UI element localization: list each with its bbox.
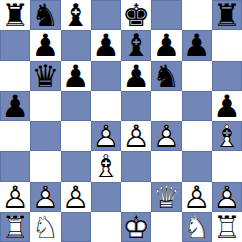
piece-white-rook[interactable]: ♜♖ xyxy=(0,212,30,242)
square-f3[interactable] xyxy=(151,151,181,181)
square-d8[interactable] xyxy=(91,0,121,30)
piece-black-pawn[interactable]: ♟ xyxy=(30,30,60,60)
square-c6[interactable]: ♟ xyxy=(61,61,91,91)
square-h7[interactable] xyxy=(212,30,242,60)
piece-white-pawn[interactable]: ♟♙ xyxy=(91,121,121,151)
square-g5[interactable] xyxy=(182,91,212,121)
piece-white-bishop[interactable]: ♝♗ xyxy=(91,151,121,181)
square-b2[interactable]: ♟♙ xyxy=(30,182,60,212)
square-f2[interactable]: ♛♕ xyxy=(151,182,181,212)
piece-white-king[interactable]: ♚♔ xyxy=(121,212,151,242)
piece-black-bishop[interactable]: ♝ xyxy=(121,30,151,60)
piece-glyph: ♟ xyxy=(0,91,30,121)
piece-white-pawn[interactable]: ♟♙ xyxy=(61,182,91,212)
piece-glyph: ♙ xyxy=(0,182,30,212)
square-a2[interactable]: ♟♙ xyxy=(0,182,30,212)
piece-white-pawn[interactable]: ♟♙ xyxy=(182,182,212,212)
piece-glyph: ♔ xyxy=(121,212,151,242)
piece-glyph: ♘ xyxy=(30,212,60,242)
square-d3[interactable]: ♝♗ xyxy=(91,151,121,181)
piece-white-rook[interactable]: ♜♖ xyxy=(212,212,242,242)
square-a1[interactable]: ♜♖ xyxy=(0,212,30,242)
piece-glyph: ♙ xyxy=(121,121,151,151)
square-a7[interactable] xyxy=(0,30,30,60)
piece-glyph: ♟ xyxy=(61,61,91,91)
square-h5[interactable]: ♟ xyxy=(212,91,242,121)
square-c4[interactable] xyxy=(61,121,91,151)
piece-black-knight[interactable]: ♞ xyxy=(151,61,181,91)
square-g6[interactable] xyxy=(182,61,212,91)
square-b3[interactable] xyxy=(30,151,60,181)
piece-white-pawn[interactable]: ♟♙ xyxy=(0,182,30,212)
square-h4[interactable]: ♝♗ xyxy=(212,121,242,151)
square-e1[interactable]: ♚♔ xyxy=(121,212,151,242)
square-e4[interactable]: ♟♙ xyxy=(121,121,151,151)
square-b5[interactable] xyxy=(30,91,60,121)
square-a5[interactable]: ♟ xyxy=(0,91,30,121)
square-f1[interactable] xyxy=(151,212,181,242)
square-h8[interactable]: ♜ xyxy=(212,0,242,30)
piece-black-king[interactable]: ♚ xyxy=(121,0,151,30)
piece-glyph: ♟ xyxy=(91,30,121,60)
square-c8[interactable]: ♝ xyxy=(61,0,91,30)
piece-black-pawn[interactable]: ♟ xyxy=(212,91,242,121)
piece-glyph: ♙ xyxy=(182,182,212,212)
piece-black-bishop[interactable]: ♝ xyxy=(61,0,91,30)
square-a3[interactable] xyxy=(0,151,30,181)
square-g7[interactable]: ♟ xyxy=(182,30,212,60)
piece-glyph: ♚ xyxy=(121,0,151,30)
square-d2[interactable] xyxy=(91,182,121,212)
piece-glyph: ♗ xyxy=(91,151,121,181)
square-h6[interactable] xyxy=(212,61,242,91)
piece-glyph: ♟ xyxy=(30,30,60,60)
piece-white-pawn[interactable]: ♟♙ xyxy=(151,121,181,151)
piece-glyph: ♞ xyxy=(30,0,60,30)
square-e5[interactable] xyxy=(121,91,151,121)
square-c5[interactable] xyxy=(61,91,91,121)
square-c1[interactable] xyxy=(61,212,91,242)
piece-white-pawn[interactable]: ♟♙ xyxy=(212,182,242,212)
square-b4[interactable] xyxy=(30,121,60,151)
square-e7[interactable]: ♝ xyxy=(121,30,151,60)
square-f4[interactable]: ♟♙ xyxy=(151,121,181,151)
square-d7[interactable]: ♟ xyxy=(91,30,121,60)
piece-black-rook[interactable]: ♜ xyxy=(212,0,242,30)
square-c2[interactable]: ♟♙ xyxy=(61,182,91,212)
piece-black-pawn[interactable]: ♟ xyxy=(0,91,30,121)
square-c3[interactable] xyxy=(61,151,91,181)
square-a6[interactable] xyxy=(0,61,30,91)
piece-black-pawn[interactable]: ♟ xyxy=(182,30,212,60)
piece-black-knight[interactable]: ♞ xyxy=(30,0,60,30)
piece-glyph: ♛ xyxy=(30,61,60,91)
piece-black-rook[interactable]: ♜ xyxy=(0,0,30,30)
piece-glyph: ♗ xyxy=(212,121,242,151)
piece-glyph: ♘ xyxy=(182,212,212,242)
piece-glyph: ♝ xyxy=(61,0,91,30)
square-g1[interactable]: ♞♘ xyxy=(182,212,212,242)
piece-black-pawn[interactable]: ♟ xyxy=(151,30,181,60)
piece-glyph: ♟ xyxy=(212,91,242,121)
square-b7[interactable]: ♟ xyxy=(30,30,60,60)
piece-black-pawn[interactable]: ♟ xyxy=(61,61,91,91)
square-c7[interactable] xyxy=(61,30,91,60)
square-g2[interactable]: ♟♙ xyxy=(182,182,212,212)
square-f5[interactable] xyxy=(151,91,181,121)
square-g3[interactable] xyxy=(182,151,212,181)
square-f6[interactable]: ♞ xyxy=(151,61,181,91)
piece-white-knight[interactable]: ♞♘ xyxy=(30,212,60,242)
square-d6[interactable] xyxy=(91,61,121,91)
piece-white-pawn[interactable]: ♟♙ xyxy=(30,182,60,212)
square-b8[interactable]: ♞ xyxy=(30,0,60,30)
piece-black-pawn[interactable]: ♟ xyxy=(91,30,121,60)
piece-glyph: ♜ xyxy=(212,0,242,30)
piece-glyph: ♙ xyxy=(61,182,91,212)
square-e2[interactable] xyxy=(121,182,151,212)
piece-black-pawn[interactable]: ♟ xyxy=(121,61,151,91)
square-a4[interactable] xyxy=(0,121,30,151)
piece-white-queen[interactable]: ♛♕ xyxy=(151,182,181,212)
square-d1[interactable] xyxy=(91,212,121,242)
square-f8[interactable] xyxy=(151,0,181,30)
piece-glyph: ♝ xyxy=(121,30,151,60)
square-b1[interactable]: ♞♘ xyxy=(30,212,60,242)
piece-glyph: ♟ xyxy=(182,30,212,60)
piece-glyph: ♖ xyxy=(212,212,242,242)
square-e3[interactable] xyxy=(121,151,151,181)
square-d5[interactable] xyxy=(91,91,121,121)
square-g4[interactable] xyxy=(182,121,212,151)
piece-glyph: ♜ xyxy=(0,0,30,30)
square-g8[interactable] xyxy=(182,0,212,30)
chess-board: ♜♞♝♚♜♟♟♝♟♟♛♟♟♞♟♟♟♙♟♙♟♙♝♗♝♗♟♙♟♙♟♙♛♕♟♙♟♙♜♖… xyxy=(0,0,242,242)
piece-glyph: ♙ xyxy=(91,121,121,151)
piece-white-pawn[interactable]: ♟♙ xyxy=(121,121,151,151)
piece-glyph: ♙ xyxy=(151,121,181,151)
square-a8[interactable]: ♜ xyxy=(0,0,30,30)
square-f7[interactable]: ♟ xyxy=(151,30,181,60)
square-e8[interactable]: ♚ xyxy=(121,0,151,30)
piece-glyph: ♙ xyxy=(30,182,60,212)
piece-glyph: ♙ xyxy=(212,182,242,212)
square-e6[interactable]: ♟ xyxy=(121,61,151,91)
piece-black-queen[interactable]: ♛ xyxy=(30,61,60,91)
piece-glyph: ♞ xyxy=(151,61,181,91)
piece-glyph: ♟ xyxy=(151,30,181,60)
square-b6[interactable]: ♛ xyxy=(30,61,60,91)
piece-glyph: ♟ xyxy=(121,61,151,91)
square-h2[interactable]: ♟♙ xyxy=(212,182,242,212)
piece-glyph: ♕ xyxy=(151,182,181,212)
piece-white-knight[interactable]: ♞♘ xyxy=(182,212,212,242)
piece-white-bishop[interactable]: ♝♗ xyxy=(212,121,242,151)
square-h3[interactable] xyxy=(212,151,242,181)
piece-glyph: ♖ xyxy=(0,212,30,242)
square-h1[interactable]: ♜♖ xyxy=(212,212,242,242)
square-d4[interactable]: ♟♙ xyxy=(91,121,121,151)
